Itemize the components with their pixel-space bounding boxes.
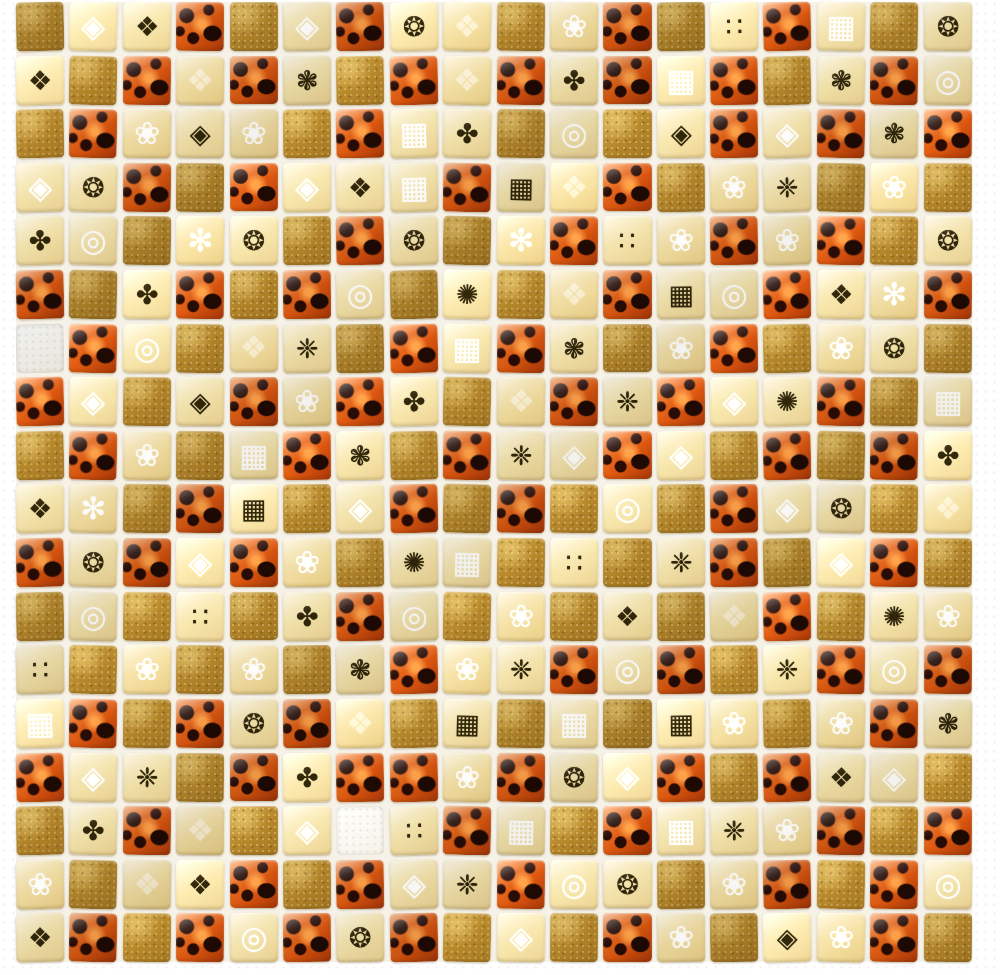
tile-r9-c6-red-leopard-glass-tile [283, 431, 332, 480]
tile-r2-c3-red-leopard-glass-tile [122, 55, 171, 104]
tile-r18-c8-red-leopard-glass-tile [389, 913, 438, 963]
tile-r16-c6-white-diamond-ornament-tile: ◈ [283, 806, 332, 855]
tile-r2-c9-white-faint-damask-tile: ❖ [443, 55, 492, 105]
black-petal-flower-tile-ornament-icon: ✤ [135, 281, 158, 308]
tile-r5-c13-white-flower-ornament-tile: ❀ [656, 216, 705, 265]
tile-r9-c10-black-quatrefoil-swirl-tile: ❈ [496, 431, 545, 480]
tile-r15-c1-red-leopard-glass-tile [15, 752, 64, 802]
tile-r2-c15-gold-sandstone-tile [763, 55, 812, 105]
tile-r17-c10-red-leopard-glass-tile [496, 859, 545, 908]
tile-r3-c17-black-spiral-rings-tile: ❃ [870, 109, 919, 158]
tile-r9-c7-black-spiral-rings-tile: ❃ [336, 431, 385, 480]
tile-r18-c9-gold-sandstone-tile [443, 913, 492, 963]
tile-r2-c4-white-faint-damask-tile: ❖ [176, 55, 225, 104]
tile-r14-c13-black-squares-grid-tile: ▦ [656, 699, 705, 748]
tile-r7-c9-white-squares-ornament-tile: ▦ [443, 323, 492, 373]
tile-r13-c2-gold-sandstone-tile [69, 645, 118, 695]
tile-r5-c3-gold-sandstone-tile [122, 216, 171, 265]
tile-r10-c16-black-sun-gear-tile: ❂ [816, 484, 865, 534]
tile-r6-c8-gold-sandstone-tile [389, 270, 438, 320]
white-diamond-ornament-tile-ornament-icon: ◈ [882, 761, 906, 792]
tile-r18-c14-gold-sandstone-tile [710, 913, 759, 962]
tile-r8-c3-gold-sandstone-tile [122, 377, 171, 426]
tile-r3-c11-white-rings-ornament-tile: ◎ [550, 109, 599, 158]
black-pinwheel-tile-ornament-icon: ✺ [776, 388, 799, 415]
tile-r9-c1-gold-sandstone-tile [15, 430, 64, 480]
tile-r3-c14-red-leopard-glass-tile [710, 109, 759, 158]
tile-r3-c15-white-diamond-ornament-tile: ◈ [763, 109, 812, 159]
tile-r14-c1-white-squares-ornament-tile: ▦ [15, 698, 64, 748]
tile-r11-c8-black-pinwheel-tile: ✺ [389, 538, 438, 588]
tile-r2-c1-black-diamond-lattice-tile: ❖ [15, 55, 64, 105]
tile-r16-c14-black-quatrefoil-swirl-tile: ❈ [710, 806, 759, 855]
tile-r17-c6-gold-sandstone-tile [283, 860, 332, 909]
tile-r11-c1-red-leopard-glass-tile [15, 538, 64, 588]
tile-r12-c18-white-flower-ornament-tile: ❀ [923, 592, 972, 641]
tile-r12-c14-white-faint-damask-tile: ❖ [710, 591, 759, 640]
white-squares-ornament-tile-ornament-icon: ▦ [452, 332, 482, 364]
black-quatrefoil-swirl-tile-ornament-icon: ❈ [776, 656, 799, 683]
tile-r15-c9-white-flower-ornament-tile: ❀ [443, 752, 492, 802]
white-squares-ornament-tile-ornament-icon: ▦ [933, 386, 963, 417]
black-squares-grid-tile-ornament-icon: ▦ [668, 281, 694, 308]
tile-r8-c10-white-faint-damask-tile: ❖ [496, 377, 545, 426]
tile-r16-c1-gold-sandstone-tile [15, 806, 64, 856]
black-sun-gear-tile-ornament-icon: ❂ [616, 871, 639, 898]
black-spiral-rings-tile-ornament-icon: ❃ [883, 120, 906, 147]
black-petal-flower-tile-ornament-icon: ✤ [936, 442, 959, 469]
tile-r1-c16-white-squares-ornament-tile: ▦ [816, 1, 865, 51]
tile-r14-c18-black-spiral-rings-tile: ❃ [923, 699, 972, 748]
tile-r5-c17-gold-sandstone-tile [870, 216, 919, 265]
tile-r3-c1-gold-sandstone-tile [15, 109, 64, 159]
tile-r12-c12-black-diamond-lattice-tile: ❖ [603, 592, 651, 641]
black-diamond-lattice-tile-ornament-icon: ❖ [135, 13, 160, 40]
tile-r15-c5-red-leopard-glass-tile [230, 753, 278, 802]
tile-r15-c12-white-diamond-ornament-tile: ◈ [603, 753, 651, 802]
tile-r8-c7-red-leopard-glass-tile [336, 377, 385, 426]
tile-r9-c17-red-leopard-glass-tile [870, 431, 919, 480]
tile-r17-c14-white-flower-ornament-tile: ❀ [710, 859, 759, 908]
white-diamond-ornament-tile-ornament-icon: ◈ [616, 761, 640, 792]
tile-r5-c1-black-petal-flower-tile: ✤ [15, 216, 64, 266]
white-flower-ornament-tile-ornament-icon: ❀ [134, 118, 160, 149]
tile-r2-c7-gold-sandstone-tile [336, 55, 385, 104]
white-rings-ornament-tile-ornament-icon: ◎ [80, 225, 108, 257]
tile-r13-c14-gold-sandstone-tile [710, 645, 759, 694]
tile-r13-c16-red-leopard-glass-tile [816, 645, 865, 695]
white-rings-ornament-tile-ornament-icon: ◎ [934, 868, 961, 899]
tile-r10-c17-gold-sandstone-tile [870, 484, 919, 533]
tile-r6-c18-red-leopard-glass-tile [923, 270, 972, 319]
tile-r13-c18-red-leopard-glass-tile [923, 645, 972, 694]
tile-r9-c8-gold-sandstone-tile [389, 430, 438, 480]
white-flower-ornament-tile-ornament-icon: ❀ [454, 761, 481, 793]
white-rings-ornament-tile-ornament-icon: ◎ [133, 332, 160, 363]
tile-r12-c2-white-rings-ornament-tile: ◎ [69, 591, 118, 641]
tile-r11-c18-gold-sandstone-tile [923, 538, 972, 587]
tile-r14-c6-red-leopard-glass-tile [283, 699, 332, 748]
white-rings-ornament-tile-ornament-icon: ◎ [881, 654, 908, 685]
tile-r16-c17-gold-sandstone-tile [870, 806, 919, 855]
tile-r6-c11-white-faint-damask-tile: ❖ [550, 270, 599, 319]
black-quatrefoil-swirl-tile-ornament-icon: ❈ [509, 656, 532, 683]
tile-r8-c12-black-quatrefoil-swirl-tile: ❈ [603, 377, 651, 426]
tile-r11-c13-black-quatrefoil-swirl-tile: ❈ [656, 538, 705, 587]
white-flower-ornament-tile-ornament-icon: ❀ [668, 922, 694, 953]
tile-r7-c12-gold-sandstone-tile [603, 324, 651, 373]
tile-r7-c4-gold-sandstone-tile [176, 323, 225, 372]
tile-r4-c5-red-leopard-glass-tile [230, 163, 278, 212]
tile-r13-c17-white-rings-ornament-tile: ◎ [870, 645, 919, 694]
black-petal-flower-tile-ornament-icon: ✤ [456, 120, 479, 147]
tile-r10-c11-gold-sandstone-tile [550, 484, 599, 533]
tile-r13-c8-red-leopard-glass-tile [389, 645, 438, 695]
tile-r13-c3-white-flower-ornament-tile: ❀ [122, 645, 171, 694]
tile-r16-c4-white-faint-damask-tile: ❖ [176, 806, 225, 855]
tile-r5-c18-black-sun-gear-tile: ❂ [923, 216, 972, 265]
tile-r4-c14-white-flower-ornament-tile: ❀ [710, 162, 759, 211]
white-faint-damask-tile-ornament-icon: ❖ [133, 868, 161, 899]
tile-r12-c4-black-dots-circles-tile: ∷ [176, 592, 225, 641]
tile-r10-c10-red-leopard-glass-tile [496, 484, 545, 533]
black-spiral-rings-tile-ornament-icon: ❃ [296, 66, 319, 93]
white-flower-ornament-tile-ornament-icon: ❀ [721, 171, 747, 202]
tile-r4-c9-red-leopard-glass-tile [443, 162, 492, 212]
tile-r9-c2-red-leopard-glass-tile [69, 430, 118, 480]
tile-r6-c2-gold-sandstone-tile [69, 270, 118, 320]
white-faint-damask-tile-ornament-icon: ❖ [346, 708, 374, 739]
tile-r10-c14-red-leopard-glass-tile [710, 484, 759, 533]
tile-r9-c4-gold-sandstone-tile [176, 431, 225, 480]
tile-r12-c6-black-petal-flower-tile: ✤ [283, 592, 332, 641]
white-squares-ornament-tile-ornament-icon: ▦ [559, 708, 589, 739]
tile-r13-c15-black-quatrefoil-swirl-tile: ❈ [763, 645, 812, 695]
white-flower-ornament-tile-ornament-icon: ❀ [721, 868, 747, 899]
tile-r7-c7-gold-sandstone-tile [336, 323, 385, 372]
white-flower-ornament-tile-ornament-icon: ❀ [241, 654, 267, 685]
white-diamond-ornament-tile-ornament-icon: ◈ [81, 761, 105, 792]
tile-r13-c13-red-leopard-glass-tile [656, 645, 705, 694]
white-flower-ornament-tile-ornament-icon: ❀ [881, 171, 907, 202]
tile-r7-c10-red-leopard-glass-tile [496, 323, 545, 372]
white-flower-ornament-tile-ornament-icon: ❀ [134, 654, 160, 685]
tile-r10-c3-gold-sandstone-tile [122, 484, 171, 533]
tile-r2-c13-white-squares-ornament-tile: ▦ [656, 55, 705, 104]
black-petal-flower-tile-ornament-icon: ✤ [29, 227, 52, 254]
mosaic-sheet: ◈❖◈❂❖❀∷▦❂❖❖❃❖✤▦❃◎❀◈❀▦✤◎◈◈❃◈❂◈❖▦▦❖❀❈❀✤◎✻❂… [16, 2, 972, 962]
white-squares-ornament-tile-ornament-icon: ▦ [399, 118, 429, 150]
tile-r14-c16-white-flower-ornament-tile: ❀ [816, 698, 865, 748]
tile-r12-c11-gold-sandstone-tile [550, 592, 599, 641]
white-squares-ornament-tile-ornament-icon: ▦ [452, 547, 482, 579]
black-pinwheel-tile-ornament-icon: ✺ [883, 602, 906, 629]
tile-r14-c8-gold-sandstone-tile [389, 698, 438, 748]
tile-r17-c9-black-quatrefoil-swirl-tile: ❈ [443, 859, 492, 909]
tile-r17-c18-white-rings-ornament-tile: ◎ [923, 860, 972, 909]
tile-r9-c12-red-leopard-glass-tile [603, 431, 651, 480]
tile-r12-c15-red-leopard-glass-tile [763, 591, 812, 641]
tile-r4-c13-gold-sandstone-tile [656, 163, 705, 212]
tile-r16-c7-missing-tile-gap [336, 806, 385, 855]
tile-r6-c14-white-rings-ornament-tile: ◎ [710, 270, 759, 319]
tile-r13-c6-gold-sandstone-tile [283, 645, 332, 694]
white-flower-ornament-tile-ornament-icon: ❀ [241, 118, 267, 149]
tile-r5-c5-black-sun-gear-tile: ❂ [230, 216, 278, 265]
black-sun-gear-tile-ornament-icon: ❂ [936, 227, 959, 254]
white-flower-ornament-tile-ornament-icon: ❀ [774, 815, 801, 847]
black-quatrefoil-swirl-tile-ornament-icon: ❈ [135, 763, 158, 790]
tile-r2-c8-red-leopard-glass-tile [389, 55, 438, 105]
tile-r4-c12-red-leopard-glass-tile [603, 163, 651, 212]
white-diamond-ornament-tile-ornament-icon: ◈ [81, 386, 105, 417]
tile-r3-c6-gold-sandstone-tile [283, 109, 332, 158]
tile-r2-c5-red-leopard-glass-tile [230, 56, 278, 105]
tile-r12-c5-gold-sandstone-tile [230, 592, 278, 641]
tile-r1-c13-gold-sandstone-tile [656, 2, 705, 51]
tile-r3-c4-black-aztec-diamond-tile: ◈ [176, 109, 225, 158]
black-dots-circles-tile-ornament-icon: ∷ [192, 602, 209, 629]
tile-r16-c3-red-leopard-glass-tile [122, 806, 171, 855]
tile-r2-c6-black-spiral-rings-tile: ❃ [283, 55, 332, 104]
white-diamond-ornament-tile-ornament-icon: ◈ [562, 440, 586, 471]
white-rings-ornament-tile-ornament-icon: ◎ [400, 600, 428, 632]
tile-r17-c4-black-diamond-lattice-tile: ❖ [176, 860, 225, 909]
black-petal-flower-tile-ornament-icon: ✤ [82, 817, 105, 844]
black-squares-grid-tile-ornament-icon: ▦ [241, 495, 267, 522]
tile-r12-c7-red-leopard-glass-tile [336, 591, 385, 640]
tile-r14-c4-red-leopard-glass-tile [176, 699, 225, 748]
tile-r15-c15-red-leopard-glass-tile [763, 752, 812, 802]
tile-r1-c3-black-diamond-lattice-tile: ❖ [122, 2, 171, 51]
white-diamond-ornament-tile-ornament-icon: ◈ [509, 922, 533, 953]
tile-r3-c18-red-leopard-glass-tile [923, 109, 972, 158]
black-petal-flower-tile-ornament-icon: ✤ [296, 602, 319, 629]
white-diamond-ornament-tile-ornament-icon: ◈ [295, 815, 319, 846]
black-aztec-diamond-tile-ornament-icon: ◈ [670, 120, 691, 147]
tile-r18-c5-white-rings-ornament-tile: ◎ [230, 913, 278, 962]
tile-r15-c2-white-diamond-ornament-tile: ◈ [69, 752, 118, 802]
tile-r13-c4-gold-sandstone-tile [176, 645, 225, 694]
tile-r13-c9-white-flower-ornament-tile: ❀ [443, 645, 492, 695]
tile-r6-c12-red-leopard-glass-tile [603, 270, 651, 319]
black-quatrefoil-swirl-tile-ornament-icon: ❈ [456, 870, 479, 897]
tile-r11-c14-red-leopard-glass-tile [710, 538, 759, 587]
tile-r17-c12-black-sun-gear-tile: ❂ [603, 860, 651, 909]
black-spiral-rings-tile-ornament-icon: ❃ [349, 656, 372, 683]
tile-r6-c15-red-leopard-glass-tile [763, 270, 812, 320]
tile-r14-c11-white-squares-ornament-tile: ▦ [550, 699, 599, 748]
white-flower-ornament-tile-ornament-icon: ❀ [134, 439, 160, 470]
tile-r12-c16-gold-sandstone-tile [816, 591, 865, 641]
tile-r18-c2-red-leopard-glass-tile [69, 913, 118, 963]
tile-r7-c3-white-rings-ornament-tile: ◎ [122, 323, 171, 372]
tile-r4-c6-white-diamond-ornament-tile: ◈ [283, 163, 332, 212]
tile-r5-c8-black-sun-gear-tile: ❂ [389, 216, 438, 266]
black-aztec-diamond-tile-ornament-icon: ◈ [190, 120, 211, 147]
tile-r1-c14-black-dots-circles-tile: ∷ [710, 2, 759, 51]
tile-r3-c12-gold-sandstone-tile [603, 109, 651, 158]
white-flower-ornament-tile-ornament-icon: ❀ [828, 707, 855, 739]
tile-r8-c9-gold-sandstone-tile [443, 377, 492, 427]
tile-r8-c4-black-aztec-diamond-tile: ◈ [176, 377, 225, 426]
tile-r2-c12-red-leopard-glass-tile [603, 56, 651, 105]
tile-r11-c5-red-leopard-glass-tile [230, 538, 278, 587]
black-diamond-lattice-tile-ornament-icon: ❖ [348, 173, 373, 200]
tile-r11-c2-black-sun-gear-tile: ❂ [69, 538, 118, 588]
black-sun-gear-tile-ornament-icon: ❂ [82, 173, 105, 200]
tile-r1-c15-red-leopard-glass-tile [763, 1, 812, 51]
tile-r11-c9-white-squares-ornament-tile: ▦ [443, 538, 492, 588]
tile-r15-c13-red-leopard-glass-tile [656, 752, 705, 801]
tile-r11-c10-gold-sandstone-tile [496, 538, 545, 587]
black-quatrefoil-swirl-tile-ornament-icon: ❈ [669, 549, 692, 576]
black-quatrefoil-swirl-tile-ornament-icon: ❈ [616, 388, 639, 415]
white-diamond-ornament-tile-ornament-icon: ◈ [775, 493, 799, 524]
tile-r4-c8-white-squares-ornament-tile: ▦ [389, 162, 438, 212]
tile-r9-c15-red-leopard-glass-tile [763, 430, 812, 480]
tile-r11-c11-black-dots-circles-tile: ∷ [550, 538, 599, 587]
tile-r8-c14-white-diamond-ornament-tile: ◈ [710, 377, 759, 426]
tile-r10-c18-white-faint-damask-tile: ❖ [923, 484, 972, 533]
tile-r11-c15-gold-sandstone-tile [763, 538, 812, 588]
tile-r10-c15-white-diamond-ornament-tile: ◈ [763, 484, 812, 534]
tile-r9-c5-white-squares-ornament-tile: ▦ [230, 431, 278, 480]
tile-r9-c16-gold-sandstone-tile [816, 430, 865, 480]
white-squares-ornament-tile-ornament-icon: ▦ [399, 171, 429, 203]
white-flower-ornament-tile-ornament-icon: ❀ [294, 547, 320, 578]
tile-r8-c5-red-leopard-glass-tile [230, 377, 278, 426]
tile-r13-c12-white-rings-ornament-tile: ◎ [603, 645, 651, 694]
black-pinwheel-tile-ornament-icon: ✺ [402, 549, 425, 576]
tile-r8-c11-red-leopard-glass-tile [550, 377, 599, 426]
black-sun-gear-tile-ornament-icon: ❂ [349, 924, 372, 951]
black-squares-grid-tile-ornament-icon: ▦ [508, 173, 534, 200]
tile-r1-c1-gold-sandstone-tile [15, 1, 64, 51]
black-dots-circles-tile-ornament-icon: ∷ [619, 227, 636, 254]
tile-r1-c8-black-sun-gear-tile: ❂ [389, 1, 438, 51]
tile-r11-c16-white-diamond-ornament-tile: ◈ [816, 538, 865, 588]
tile-r10-c12-white-rings-ornament-tile: ◎ [603, 484, 651, 533]
tile-r4-c16-gold-sandstone-tile [816, 162, 865, 212]
tile-r2-c16-black-spiral-rings-tile: ❃ [816, 55, 865, 105]
tile-r1-c18-black-sun-gear-tile: ❂ [923, 2, 972, 51]
white-faint-damask-tile-ornament-icon: ❖ [186, 64, 214, 95]
black-sun-gear-tile-ornament-icon: ❂ [402, 227, 425, 254]
tile-r4-c11-white-faint-damask-tile: ❖ [550, 163, 599, 212]
tile-r1-c17-gold-sandstone-tile [870, 2, 919, 51]
tile-r12-c17-black-pinwheel-tile: ✺ [870, 591, 919, 640]
white-faint-damask-tile-ornament-icon: ❖ [720, 600, 748, 631]
white-squares-ornament-tile-ornament-icon: ▦ [666, 64, 696, 95]
white-flower-ornament-tile-ornament-icon: ❀ [294, 386, 320, 417]
tile-r4-c15-black-quatrefoil-swirl-tile: ❈ [763, 162, 812, 212]
tile-r7-c5-white-faint-damask-tile: ❖ [230, 324, 278, 373]
white-flower-ornament-tile-ornament-icon: ❀ [561, 11, 587, 42]
tile-r10-c2-white-pinwheel-ornament-tile: ✻ [69, 484, 118, 534]
tile-r4-c7-black-diamond-lattice-tile: ❖ [336, 162, 385, 211]
tile-r10-c7-white-diamond-ornament-tile: ◈ [336, 484, 385, 533]
black-aztec-diamond-tile-ornament-icon: ◈ [777, 924, 798, 951]
tile-r12-c13-gold-sandstone-tile [656, 592, 705, 641]
tile-r18-c12-red-leopard-glass-tile [603, 913, 651, 962]
tile-r4-c4-gold-sandstone-tile [176, 163, 225, 212]
white-diamond-ornament-tile-ornament-icon: ◈ [28, 171, 52, 202]
tile-r4-c3-red-leopard-glass-tile [122, 162, 171, 211]
black-quatrefoil-swirl-tile-ornament-icon: ❈ [776, 173, 799, 200]
tile-r1-c5-gold-sandstone-tile [230, 2, 278, 51]
tile-r8-c18-white-squares-ornament-tile: ▦ [923, 377, 972, 426]
tile-r18-c7-black-sun-gear-tile: ❂ [336, 913, 385, 962]
black-sun-gear-tile-ornament-icon: ❂ [883, 334, 906, 361]
tile-r8-c6-white-flower-ornament-tile: ❀ [283, 377, 332, 426]
tile-r13-c1-black-dots-circles-tile: ∷ [15, 645, 64, 695]
tile-r2-c17-red-leopard-glass-tile [870, 55, 919, 104]
tile-r14-c5-black-sun-gear-tile: ❂ [230, 699, 278, 748]
tile-r7-c16-white-flower-ornament-tile: ❀ [816, 323, 865, 373]
tile-r14-c10-gold-sandstone-tile [496, 699, 545, 748]
tile-r18-c16-white-flower-ornament-tile: ❀ [816, 913, 865, 963]
tile-r8-c16-red-leopard-glass-tile [816, 377, 865, 427]
tile-r4-c10-black-squares-grid-tile: ▦ [496, 162, 545, 211]
tile-r15-c10-red-leopard-glass-tile [496, 752, 545, 801]
black-dots-circles-tile-ornament-icon: ∷ [405, 817, 423, 844]
tile-r9-c14-gold-sandstone-tile [710, 431, 759, 480]
tile-r7-c14-red-leopard-glass-tile [710, 323, 759, 372]
white-pinwheel-ornament-tile-ornament-icon: ✻ [881, 279, 907, 310]
tile-r5-c7-red-leopard-glass-tile [336, 216, 385, 265]
tile-r17-c7-red-leopard-glass-tile [336, 859, 385, 908]
white-flower-ornament-tile-ornament-icon: ❀ [828, 332, 855, 364]
tile-r3-c3-white-flower-ornament-tile: ❀ [122, 109, 171, 158]
tile-r1-c11-white-flower-ornament-tile: ❀ [550, 2, 599, 51]
black-quatrefoil-swirl-tile-ornament-icon: ❈ [296, 334, 319, 361]
white-squares-ornament-tile-ornament-icon: ▦ [826, 10, 856, 42]
tile-r15-c11-black-sun-gear-tile: ❂ [550, 752, 599, 801]
black-quatrefoil-swirl-tile-ornament-icon: ❈ [723, 817, 746, 844]
tile-r6-c17-white-pinwheel-ornament-tile: ✻ [870, 270, 919, 319]
white-diamond-ornament-tile-ornament-icon: ◈ [188, 547, 212, 578]
tile-r3-c9-black-petal-flower-tile: ✤ [443, 109, 492, 159]
tile-r13-c10-black-quatrefoil-swirl-tile: ❈ [496, 645, 545, 694]
black-diamond-lattice-tile-ornament-icon: ❖ [188, 870, 212, 897]
tile-r2-c14-red-leopard-glass-tile [710, 55, 759, 104]
white-flower-ornament-tile-ornament-icon: ❀ [668, 332, 694, 363]
tile-r15-c6-black-petal-flower-tile: ✤ [283, 752, 332, 801]
tile-r6-c1-red-leopard-glass-tile [15, 270, 64, 320]
tile-r12-c10-white-flower-ornament-tile: ❀ [496, 591, 545, 640]
tile-r1-c2-white-diamond-ornament-tile: ◈ [69, 1, 118, 51]
tile-r13-c5-white-flower-ornament-tile: ❀ [230, 645, 278, 694]
white-flower-ornament-tile-ornament-icon: ❀ [507, 600, 533, 631]
tile-r5-c12-black-dots-circles-tile: ∷ [603, 216, 651, 265]
black-diamond-lattice-tile-ornament-icon: ❖ [28, 924, 53, 952]
tile-r3-c8-white-squares-ornament-tile: ▦ [389, 109, 438, 159]
tile-r5-c15-white-flower-ornament-tile: ❀ [763, 216, 812, 266]
tile-r8-c2-white-diamond-ornament-tile: ◈ [69, 377, 118, 427]
tile-r17-c3-white-faint-damask-tile: ❖ [122, 859, 171, 908]
tile-r13-c11-red-leopard-glass-tile [550, 645, 599, 694]
white-faint-damask-tile-ornament-icon: ❖ [560, 172, 588, 203]
black-dots-circles-tile-ornament-icon: ∷ [725, 13, 743, 40]
tile-r6-c16-black-diamond-lattice-tile: ❖ [816, 270, 865, 320]
black-petal-flower-tile-ornament-icon: ✤ [402, 388, 425, 415]
tile-r1-c7-red-leopard-glass-tile [336, 2, 385, 51]
tile-r18-c10-white-diamond-ornament-tile: ◈ [496, 913, 545, 962]
tile-r9-c9-red-leopard-glass-tile [443, 430, 492, 480]
tile-r17-c11-white-rings-ornament-tile: ◎ [550, 860, 599, 909]
tile-r5-c9-gold-sandstone-tile [443, 216, 492, 266]
